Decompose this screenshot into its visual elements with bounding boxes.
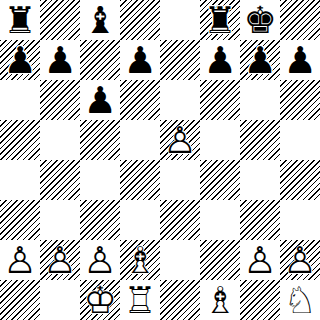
black-piece-glyph: ♜ <box>203 2 236 39</box>
square-d7[interactable]: ♟ <box>120 40 160 80</box>
square-f8[interactable]: ♜ <box>200 0 240 40</box>
black-piece-glyph: ♟ <box>283 42 316 79</box>
white-bishop-icon: ♝♗ <box>120 240 160 280</box>
white-pawn-icon: ♟♙ <box>160 120 200 160</box>
square-a1[interactable] <box>0 280 40 320</box>
black-piece-glyph: ♟ <box>243 42 276 79</box>
square-e7[interactable] <box>160 40 200 80</box>
square-g6[interactable] <box>240 80 280 120</box>
square-c4[interactable] <box>80 160 120 200</box>
square-e3[interactable] <box>160 200 200 240</box>
white-piece-outline-layer: ♙ <box>243 242 276 279</box>
white-piece-outline-layer: ♙ <box>163 122 196 159</box>
black-piece-glyph: ♚ <box>243 2 276 39</box>
square-c1[interactable]: ♚♔ <box>80 280 120 320</box>
white-pawn-icon: ♟♙ <box>80 240 120 280</box>
square-g2[interactable]: ♟♙ <box>240 240 280 280</box>
white-pawn-icon: ♟♙ <box>0 240 40 280</box>
white-piece-outline-layer: ♙ <box>3 242 36 279</box>
square-f2[interactable] <box>200 240 240 280</box>
square-b6[interactable] <box>40 80 80 120</box>
square-e6[interactable] <box>160 80 200 120</box>
black-pawn-icon: ♟ <box>40 40 80 80</box>
white-piece-outline-layer: ♘ <box>283 282 316 319</box>
square-b7[interactable]: ♟ <box>40 40 80 80</box>
square-h5[interactable] <box>280 120 320 160</box>
white-piece-outline-layer: ♗ <box>203 282 236 319</box>
square-g5[interactable] <box>240 120 280 160</box>
square-f7[interactable]: ♟ <box>200 40 240 80</box>
black-pawn-icon: ♟ <box>80 80 120 120</box>
square-a3[interactable] <box>0 200 40 240</box>
white-piece-outline-layer: ♙ <box>283 242 316 279</box>
white-piece-outline-layer: ♖ <box>123 282 156 319</box>
black-king-icon: ♚ <box>240 0 280 40</box>
square-d2[interactable]: ♝♗ <box>120 240 160 280</box>
black-pawn-icon: ♟ <box>0 40 40 80</box>
black-pawn-icon: ♟ <box>240 40 280 80</box>
black-pawn-icon: ♟ <box>280 40 320 80</box>
square-d3[interactable] <box>120 200 160 240</box>
square-f5[interactable] <box>200 120 240 160</box>
black-piece-glyph: ♟ <box>203 42 236 79</box>
square-d1[interactable]: ♜♖ <box>120 280 160 320</box>
square-b4[interactable] <box>40 160 80 200</box>
white-knight-icon: ♞♘ <box>280 280 320 320</box>
white-piece-outline-layer: ♙ <box>83 242 116 279</box>
square-h1[interactable]: ♞♘ <box>280 280 320 320</box>
square-g8[interactable]: ♚ <box>240 0 280 40</box>
white-pawn-icon: ♟♙ <box>280 240 320 280</box>
square-c7[interactable] <box>80 40 120 80</box>
square-f6[interactable] <box>200 80 240 120</box>
white-pawn-icon: ♟♙ <box>40 240 80 280</box>
white-rook-icon: ♜♖ <box>120 280 160 320</box>
black-piece-glyph: ♜ <box>3 2 36 39</box>
chess-board: ♜♝♜♚♟♟♟♟♟♟♟♟♙♟♙♟♙♟♙♝♗♟♙♟♙♚♔♜♖♝♗♞♘ <box>0 0 320 320</box>
square-c2[interactable]: ♟♙ <box>80 240 120 280</box>
square-b8[interactable] <box>40 0 80 40</box>
square-f4[interactable] <box>200 160 240 200</box>
square-e8[interactable] <box>160 0 200 40</box>
square-g3[interactable] <box>240 200 280 240</box>
square-c6[interactable]: ♟ <box>80 80 120 120</box>
square-a4[interactable] <box>0 160 40 200</box>
white-piece-outline-layer: ♗ <box>123 242 156 279</box>
white-pawn-icon: ♟♙ <box>240 240 280 280</box>
square-a2[interactable]: ♟♙ <box>0 240 40 280</box>
square-d5[interactable] <box>120 120 160 160</box>
square-f1[interactable]: ♝♗ <box>200 280 240 320</box>
black-pawn-icon: ♟ <box>120 40 160 80</box>
white-bishop-icon: ♝♗ <box>200 280 240 320</box>
black-rook-icon: ♜ <box>0 0 40 40</box>
black-piece-glyph: ♝ <box>83 2 116 39</box>
black-piece-glyph: ♟ <box>3 42 36 79</box>
square-h7[interactable]: ♟ <box>280 40 320 80</box>
square-g4[interactable] <box>240 160 280 200</box>
square-a6[interactable] <box>0 80 40 120</box>
square-b2[interactable]: ♟♙ <box>40 240 80 280</box>
square-b3[interactable] <box>40 200 80 240</box>
square-e5[interactable]: ♟♙ <box>160 120 200 160</box>
square-a5[interactable] <box>0 120 40 160</box>
square-d6[interactable] <box>120 80 160 120</box>
square-b5[interactable] <box>40 120 80 160</box>
square-g1[interactable] <box>240 280 280 320</box>
square-e2[interactable] <box>160 240 200 280</box>
square-h8[interactable] <box>280 0 320 40</box>
black-piece-glyph: ♟ <box>83 82 116 119</box>
chess-diagram: ♜♝♜♚♟♟♟♟♟♟♟♟♙♟♙♟♙♟♙♝♗♟♙♟♙♚♔♜♖♝♗♞♘ <box>0 0 320 320</box>
black-piece-glyph: ♟ <box>43 42 76 79</box>
square-c5[interactable] <box>80 120 120 160</box>
square-d8[interactable] <box>120 0 160 40</box>
black-bishop-icon: ♝ <box>80 0 120 40</box>
square-h6[interactable] <box>280 80 320 120</box>
white-piece-outline-layer: ♙ <box>43 242 76 279</box>
square-e4[interactable] <box>160 160 200 200</box>
square-e1[interactable] <box>160 280 200 320</box>
square-h4[interactable] <box>280 160 320 200</box>
black-piece-glyph: ♟ <box>123 42 156 79</box>
square-a7[interactable]: ♟ <box>0 40 40 80</box>
square-b1[interactable] <box>40 280 80 320</box>
square-c8[interactable]: ♝ <box>80 0 120 40</box>
square-f3[interactable] <box>200 200 240 240</box>
square-h2[interactable]: ♟♙ <box>280 240 320 280</box>
square-h3[interactable] <box>280 200 320 240</box>
black-pawn-icon: ♟ <box>200 40 240 80</box>
square-a8[interactable]: ♜ <box>0 0 40 40</box>
square-c3[interactable] <box>80 200 120 240</box>
black-rook-icon: ♜ <box>200 0 240 40</box>
white-piece-outline-layer: ♔ <box>83 282 116 319</box>
square-d4[interactable] <box>120 160 160 200</box>
square-g7[interactable]: ♟ <box>240 40 280 80</box>
white-king-icon: ♚♔ <box>80 280 120 320</box>
